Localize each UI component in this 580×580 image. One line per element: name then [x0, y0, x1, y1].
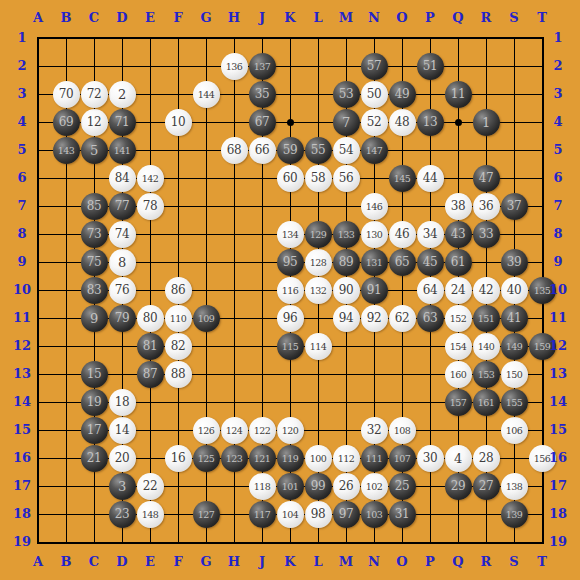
- stone-move-number: 65: [395, 255, 409, 269]
- stone-move-number: 70: [59, 87, 73, 101]
- coord-label-row-16-left: 16: [4, 444, 40, 472]
- coord-label-col-Q-bottom: Q: [444, 552, 472, 572]
- stone-move-number: 72: [87, 87, 101, 101]
- stone-move-number: 160: [450, 369, 467, 380]
- stone-black-149-S12[interactable]: 149: [501, 333, 528, 360]
- stone-black-125-G16[interactable]: 125: [193, 445, 220, 472]
- stone-move-number: 89: [339, 255, 353, 269]
- stone-move-number: 20: [115, 451, 129, 465]
- stone-black-145-O6[interactable]: 145: [389, 165, 416, 192]
- stone-move-number: 107: [394, 453, 411, 464]
- stone-move-number: 76: [115, 283, 129, 297]
- stone-white-30-P16[interactable]: 30: [417, 445, 444, 472]
- stone-white-106-S15[interactable]: 106: [501, 417, 528, 444]
- stone-move-number: 143: [58, 145, 75, 156]
- stone-move-number: 95: [283, 255, 297, 269]
- stone-white-62-O11[interactable]: 62: [389, 305, 416, 332]
- stone-move-number: 24: [451, 283, 465, 297]
- stone-white-40-S10[interactable]: 40: [501, 277, 528, 304]
- stone-move-number: 33: [479, 227, 493, 241]
- stone-move-number: 23: [115, 507, 129, 521]
- go-board[interactable]: 1234578910111213141516171819202122232425…: [0, 0, 580, 580]
- stone-white-74-D8[interactable]: 74: [109, 221, 136, 248]
- stone-move-number: 133: [338, 229, 355, 240]
- stone-white-138-S17[interactable]: 138: [501, 473, 528, 500]
- stone-white-134-K8[interactable]: 134: [277, 221, 304, 248]
- stone-move-number: 80: [143, 311, 157, 325]
- stone-move-number: 128: [310, 257, 327, 268]
- stone-move-number: 62: [395, 311, 409, 325]
- stone-white-50-N3[interactable]: 50: [361, 81, 388, 108]
- stone-white-42-R10[interactable]: 42: [473, 277, 500, 304]
- stone-move-number: 68: [227, 143, 241, 157]
- stone-white-86-F10[interactable]: 86: [165, 277, 192, 304]
- stone-move-number: 121: [254, 453, 271, 464]
- stone-white-128-L9[interactable]: 128: [305, 249, 332, 276]
- stone-white-78-E7[interactable]: 78: [137, 193, 164, 220]
- stone-white-82-F12[interactable]: 82: [165, 333, 192, 360]
- coord-label-row-8-right: 8: [540, 220, 576, 248]
- stone-black-79-D11[interactable]: 79: [109, 305, 136, 332]
- stone-black-63-P11[interactable]: 63: [417, 305, 444, 332]
- stone-black-101-K17[interactable]: 101: [277, 473, 304, 500]
- stone-move-number: 1: [482, 115, 490, 130]
- stone-black-89-M9[interactable]: 89: [333, 249, 360, 276]
- stone-black-23-D18[interactable]: 23: [109, 501, 136, 528]
- stone-move-number: 19: [87, 395, 101, 409]
- stone-white-44-P6[interactable]: 44: [417, 165, 444, 192]
- stone-white-102-N17[interactable]: 102: [361, 473, 388, 500]
- stone-white-108-O15[interactable]: 108: [389, 417, 416, 444]
- stone-white-24-Q10[interactable]: 24: [445, 277, 472, 304]
- stone-black-7-M4[interactable]: 7: [333, 109, 360, 136]
- stone-white-46-O8[interactable]: 46: [389, 221, 416, 248]
- stone-move-number: 115: [282, 341, 299, 352]
- stone-move-number: 126: [198, 425, 215, 436]
- stone-black-33-R8[interactable]: 33: [473, 221, 500, 248]
- coord-label-col-G-top: G: [192, 8, 220, 28]
- stone-move-number: 109: [198, 313, 215, 324]
- coord-label-col-C-top: C: [80, 8, 108, 28]
- stone-move-number: 38: [451, 199, 465, 213]
- stone-move-number: 52: [367, 115, 381, 129]
- stone-white-70-B3[interactable]: 70: [53, 81, 80, 108]
- stone-move-number: 86: [171, 283, 185, 297]
- coord-label-row-4-left: 4: [4, 108, 40, 136]
- stone-move-number: 132: [310, 285, 327, 296]
- stone-move-number: 15: [87, 367, 101, 381]
- stone-white-12-C4[interactable]: 12: [81, 109, 108, 136]
- coord-label-col-H-bottom: H: [220, 552, 248, 572]
- stone-white-124-H15[interactable]: 124: [221, 417, 248, 444]
- stone-move-number: 3: [118, 479, 126, 494]
- stone-move-number: 116: [282, 285, 299, 296]
- stone-move-number: 17: [87, 423, 101, 437]
- stone-white-118-J17[interactable]: 118: [249, 473, 276, 500]
- stone-white-54-M5[interactable]: 54: [333, 137, 360, 164]
- stone-black-59-K5[interactable]: 59: [277, 137, 304, 164]
- stone-move-number: 10: [171, 115, 185, 129]
- stone-black-37-S7[interactable]: 37: [501, 193, 528, 220]
- stone-move-number: 92: [367, 311, 381, 325]
- stone-black-91-N10[interactable]: 91: [361, 277, 388, 304]
- stone-move-number: 21: [87, 451, 101, 465]
- stone-move-number: 66: [255, 143, 269, 157]
- stone-black-111-N16[interactable]: 111: [361, 445, 388, 472]
- stone-move-number: 141: [114, 145, 131, 156]
- stone-white-64-P10[interactable]: 64: [417, 277, 444, 304]
- coord-label-row-12-right: 12: [540, 332, 576, 360]
- coord-label-row-12-left: 12: [4, 332, 40, 360]
- stone-move-number: 46: [395, 227, 409, 241]
- stone-white-136-H2[interactable]: 136: [221, 53, 248, 80]
- stone-move-number: 32: [367, 423, 381, 437]
- stone-white-56-M6[interactable]: 56: [333, 165, 360, 192]
- stone-move-number: 36: [479, 199, 493, 213]
- stone-black-61-Q9[interactable]: 61: [445, 249, 472, 276]
- stone-white-150-S13[interactable]: 150: [501, 361, 528, 388]
- stone-move-number: 110: [170, 313, 187, 324]
- stone-white-120-K15[interactable]: 120: [277, 417, 304, 444]
- coord-label-col-B-bottom: B: [52, 552, 80, 572]
- stone-move-number: 8: [118, 255, 126, 270]
- stone-white-38-Q7[interactable]: 38: [445, 193, 472, 220]
- stone-white-4-Q16[interactable]: 4: [445, 445, 472, 472]
- stone-white-52-N4[interactable]: 52: [361, 109, 388, 136]
- stone-white-80-E11[interactable]: 80: [137, 305, 164, 332]
- stone-white-72-C3[interactable]: 72: [81, 81, 108, 108]
- stone-move-number: 50: [367, 87, 381, 101]
- coord-label-col-J-bottom: J: [248, 552, 276, 572]
- stone-white-34-P8[interactable]: 34: [417, 221, 444, 248]
- stone-move-number: 124: [226, 425, 243, 436]
- stone-black-81-E12[interactable]: 81: [137, 333, 164, 360]
- stone-white-60-K6[interactable]: 60: [277, 165, 304, 192]
- stone-move-number: 11: [451, 87, 465, 101]
- stone-move-number: 61: [451, 255, 465, 269]
- stone-black-141-D5[interactable]: 141: [109, 137, 136, 164]
- stone-black-69-B4[interactable]: 69: [53, 109, 80, 136]
- stone-white-36-R7[interactable]: 36: [473, 193, 500, 220]
- stone-white-84-D6[interactable]: 84: [109, 165, 136, 192]
- coord-label-row-5-right: 5: [540, 136, 576, 164]
- stone-move-number: 64: [423, 283, 437, 297]
- coord-label-col-H-top: H: [220, 8, 248, 28]
- stone-move-number: 69: [59, 115, 73, 129]
- coord-label-col-E-top: E: [136, 8, 164, 28]
- stone-black-153-R13[interactable]: 153: [473, 361, 500, 388]
- stone-move-number: 138: [506, 481, 523, 492]
- coord-label-row-17-right: 17: [540, 472, 576, 500]
- coord-label-row-19-right: 19: [540, 528, 576, 556]
- coord-label-row-3-right: 3: [540, 80, 576, 108]
- stone-move-number: 85: [87, 199, 101, 213]
- stone-move-number: 90: [339, 283, 353, 297]
- stone-white-148-E18[interactable]: 148: [137, 501, 164, 528]
- stone-black-83-C10[interactable]: 83: [81, 277, 108, 304]
- stone-move-number: 139: [506, 509, 523, 520]
- stone-move-number: 111: [366, 453, 383, 464]
- stone-black-45-P9[interactable]: 45: [417, 249, 444, 276]
- coord-label-row-9-right: 9: [540, 248, 576, 276]
- stone-move-number: 53: [339, 87, 353, 101]
- coord-label-col-N-top: N: [360, 8, 388, 28]
- coord-label-row-18-right: 18: [540, 500, 576, 528]
- stone-white-26-M17[interactable]: 26: [333, 473, 360, 500]
- coord-label-row-4-right: 4: [540, 108, 576, 136]
- stone-black-109-G11[interactable]: 109: [193, 305, 220, 332]
- stone-black-107-O16[interactable]: 107: [389, 445, 416, 472]
- stone-white-58-L6[interactable]: 58: [305, 165, 332, 192]
- stone-move-number: 5: [90, 143, 98, 158]
- stone-black-95-K9[interactable]: 95: [277, 249, 304, 276]
- stone-move-number: 131: [366, 257, 383, 268]
- stone-move-number: 83: [87, 283, 101, 297]
- stone-move-number: 149: [506, 341, 523, 352]
- stone-black-97-M18[interactable]: 97: [333, 501, 360, 528]
- coord-label-row-1-right: 1: [540, 24, 576, 52]
- coord-label-col-E-bottom: E: [136, 552, 164, 572]
- stone-white-126-G15[interactable]: 126: [193, 417, 220, 444]
- stone-black-15-C13[interactable]: 15: [81, 361, 108, 388]
- stone-white-92-N11[interactable]: 92: [361, 305, 388, 332]
- stone-white-154-Q12[interactable]: 154: [445, 333, 472, 360]
- stone-move-number: 96: [283, 311, 297, 325]
- stone-black-129-L8[interactable]: 129: [305, 221, 332, 248]
- stone-white-32-N15[interactable]: 32: [361, 417, 388, 444]
- stone-black-127-G18[interactable]: 127: [193, 501, 220, 528]
- stone-black-67-J4[interactable]: 67: [249, 109, 276, 136]
- stone-move-number: 73: [87, 227, 101, 241]
- stone-move-number: 41: [507, 311, 521, 325]
- stone-black-133-M8[interactable]: 133: [333, 221, 360, 248]
- coord-label-col-R-bottom: R: [472, 552, 500, 572]
- stone-move-number: 39: [507, 255, 521, 269]
- stone-white-10-F4[interactable]: 10: [165, 109, 192, 136]
- stone-move-number: 145: [394, 173, 411, 184]
- stone-black-21-C16[interactable]: 21: [81, 445, 108, 472]
- stone-black-27-R17[interactable]: 27: [473, 473, 500, 500]
- coord-label-col-M-bottom: M: [332, 552, 360, 572]
- stone-move-number: 12: [87, 115, 101, 129]
- stone-white-68-H5[interactable]: 68: [221, 137, 248, 164]
- stone-black-39-S9[interactable]: 39: [501, 249, 528, 276]
- stone-black-41-S11[interactable]: 41: [501, 305, 528, 332]
- stone-black-131-N9[interactable]: 131: [361, 249, 388, 276]
- stone-black-99-L17[interactable]: 99: [305, 473, 332, 500]
- stone-white-14-D15[interactable]: 14: [109, 417, 136, 444]
- coord-label-col-L-top: L: [304, 8, 332, 28]
- stone-black-147-N5[interactable]: 147: [361, 137, 388, 164]
- stone-black-119-K16[interactable]: 119: [277, 445, 304, 472]
- stone-black-9-C11[interactable]: 9: [81, 305, 108, 332]
- stone-move-number: 82: [171, 339, 185, 353]
- stone-move-number: 154: [450, 341, 467, 352]
- stone-white-122-J15[interactable]: 122: [249, 417, 276, 444]
- stone-white-16-F16[interactable]: 16: [165, 445, 192, 472]
- stone-white-90-M10[interactable]: 90: [333, 277, 360, 304]
- stone-white-104-K18[interactable]: 104: [277, 501, 304, 528]
- stone-move-number: 150: [506, 369, 523, 380]
- stone-black-5-C5[interactable]: 5: [81, 137, 108, 164]
- stone-move-number: 99: [311, 479, 325, 493]
- stone-black-143-B5[interactable]: 143: [53, 137, 80, 164]
- stone-move-number: 129: [310, 229, 327, 240]
- stone-white-22-E17[interactable]: 22: [137, 473, 164, 500]
- stone-white-8-D9[interactable]: 8: [109, 249, 136, 276]
- stone-white-116-K10[interactable]: 116: [277, 277, 304, 304]
- stone-white-152-Q11[interactable]: 152: [445, 305, 472, 332]
- stone-black-17-C15[interactable]: 17: [81, 417, 108, 444]
- stone-move-number: 67: [255, 115, 269, 129]
- stone-white-144-G3[interactable]: 144: [193, 81, 220, 108]
- stone-move-number: 100: [310, 453, 327, 464]
- stone-black-75-C9[interactable]: 75: [81, 249, 108, 276]
- stone-move-number: 2: [118, 87, 126, 102]
- stone-black-3-D17[interactable]: 3: [109, 473, 136, 500]
- stone-move-number: 54: [339, 143, 353, 157]
- stone-move-number: 78: [143, 199, 157, 213]
- stone-move-number: 87: [143, 367, 157, 381]
- stone-move-number: 97: [339, 507, 353, 521]
- stone-move-number: 30: [423, 451, 437, 465]
- stone-black-139-S18[interactable]: 139: [501, 501, 528, 528]
- stone-move-number: 117: [254, 509, 271, 520]
- stone-black-161-R14[interactable]: 161: [473, 389, 500, 416]
- stone-move-number: 123: [226, 453, 243, 464]
- coord-label-row-8-left: 8: [4, 220, 40, 248]
- coord-label-col-F-top: F: [164, 8, 192, 28]
- stone-black-137-J2[interactable]: 137: [249, 53, 276, 80]
- stone-white-132-L10[interactable]: 132: [305, 277, 332, 304]
- stone-black-77-D7[interactable]: 77: [109, 193, 136, 220]
- stone-white-18-D14[interactable]: 18: [109, 389, 136, 416]
- stone-move-number: 7: [342, 115, 350, 130]
- stone-black-155-S14[interactable]: 155: [501, 389, 528, 416]
- stone-move-number: 119: [282, 453, 299, 464]
- stone-move-number: 60: [283, 171, 297, 185]
- stone-black-53-M3[interactable]: 53: [333, 81, 360, 108]
- stone-black-31-O18[interactable]: 31: [389, 501, 416, 528]
- stone-white-66-J5[interactable]: 66: [249, 137, 276, 164]
- stone-black-85-C7[interactable]: 85: [81, 193, 108, 220]
- stone-white-76-D10[interactable]: 76: [109, 277, 136, 304]
- stone-black-13-P4[interactable]: 13: [417, 109, 444, 136]
- stone-white-160-Q13[interactable]: 160: [445, 361, 472, 388]
- coord-label-row-1-left: 1: [4, 24, 40, 52]
- stone-move-number: 9: [90, 311, 98, 326]
- coord-label-row-2-left: 2: [4, 52, 40, 80]
- stone-white-94-M11[interactable]: 94: [333, 305, 360, 332]
- coord-label-row-16-right: 16: [540, 444, 576, 472]
- stone-move-number: 144: [198, 89, 215, 100]
- stone-move-number: 142: [142, 173, 159, 184]
- coord-label-col-G-bottom: G: [192, 552, 220, 572]
- stone-black-151-R11[interactable]: 151: [473, 305, 500, 332]
- stone-white-96-K11[interactable]: 96: [277, 305, 304, 332]
- stone-white-88-F13[interactable]: 88: [165, 361, 192, 388]
- stone-move-number: 18: [115, 395, 129, 409]
- stone-white-28-R16[interactable]: 28: [473, 445, 500, 472]
- coord-label-row-18-left: 18: [4, 500, 40, 528]
- coord-label-row-15-left: 15: [4, 416, 40, 444]
- stone-black-117-J18[interactable]: 117: [249, 501, 276, 528]
- stone-white-146-N7[interactable]: 146: [361, 193, 388, 220]
- stone-black-25-O17[interactable]: 25: [389, 473, 416, 500]
- stone-black-19-C14[interactable]: 19: [81, 389, 108, 416]
- stone-move-number: 58: [311, 171, 325, 185]
- stone-black-51-P2[interactable]: 51: [417, 53, 444, 80]
- coord-label-col-S-top: S: [500, 8, 528, 28]
- stone-white-20-D16[interactable]: 20: [109, 445, 136, 472]
- stone-move-number: 42: [479, 283, 493, 297]
- stone-white-100-L16[interactable]: 100: [305, 445, 332, 472]
- stone-black-115-K12[interactable]: 115: [277, 333, 304, 360]
- stone-move-number: 57: [367, 59, 381, 73]
- stone-black-71-D4[interactable]: 71: [109, 109, 136, 136]
- coord-label-row-11-left: 11: [4, 304, 40, 332]
- stones-layer: 1234578910111213141516171819202122232425…: [24, 24, 556, 556]
- stone-move-number: 14: [115, 423, 129, 437]
- stone-move-number: 28: [479, 451, 493, 465]
- stone-white-2-D3[interactable]: 2: [109, 81, 136, 108]
- coord-label-col-L-bottom: L: [304, 552, 332, 572]
- stone-move-number: 147: [366, 145, 383, 156]
- stone-white-48-O4[interactable]: 48: [389, 109, 416, 136]
- stone-black-47-R6[interactable]: 47: [473, 165, 500, 192]
- stone-move-number: 40: [507, 283, 521, 297]
- coord-label-col-O-top: O: [388, 8, 416, 28]
- stone-black-123-H16[interactable]: 123: [221, 445, 248, 472]
- coord-label-row-9-left: 9: [4, 248, 40, 276]
- coord-label-row-13-right: 13: [540, 360, 576, 388]
- stone-move-number: 152: [450, 313, 467, 324]
- stone-white-114-L12[interactable]: 114: [305, 333, 332, 360]
- coord-label-col-D-bottom: D: [108, 552, 136, 572]
- stone-black-121-J16[interactable]: 121: [249, 445, 276, 472]
- stone-black-29-Q17[interactable]: 29: [445, 473, 472, 500]
- stone-move-number: 56: [339, 171, 353, 185]
- coord-label-col-C-bottom: C: [80, 552, 108, 572]
- coord-label-col-P-bottom: P: [416, 552, 444, 572]
- stone-black-49-O3[interactable]: 49: [389, 81, 416, 108]
- stone-black-87-E13[interactable]: 87: [137, 361, 164, 388]
- coord-label-col-K-top: K: [276, 8, 304, 28]
- stone-white-142-E6[interactable]: 142: [137, 165, 164, 192]
- stone-white-112-M16[interactable]: 112: [333, 445, 360, 472]
- stone-move-number: 4: [454, 451, 462, 466]
- stone-black-55-L5[interactable]: 55: [305, 137, 332, 164]
- stone-black-65-O9[interactable]: 65: [389, 249, 416, 276]
- stone-move-number: 26: [339, 479, 353, 493]
- stone-move-number: 125: [198, 453, 215, 464]
- stone-white-130-N8[interactable]: 130: [361, 221, 388, 248]
- stone-black-1-R4[interactable]: 1: [473, 109, 500, 136]
- stone-move-number: 43: [451, 227, 465, 241]
- stone-black-73-C8[interactable]: 73: [81, 221, 108, 248]
- stone-black-35-J3[interactable]: 35: [249, 81, 276, 108]
- stone-white-98-L18[interactable]: 98: [305, 501, 332, 528]
- stone-black-103-N18[interactable]: 103: [361, 501, 388, 528]
- stone-black-43-Q8[interactable]: 43: [445, 221, 472, 248]
- stone-white-110-F11[interactable]: 110: [165, 305, 192, 332]
- stone-black-157-Q14[interactable]: 157: [445, 389, 472, 416]
- coord-label-col-N-bottom: N: [360, 552, 388, 572]
- coord-label-col-S-bottom: S: [500, 552, 528, 572]
- stone-black-11-Q3[interactable]: 11: [445, 81, 472, 108]
- stone-black-57-N2[interactable]: 57: [361, 53, 388, 80]
- stone-white-140-R12[interactable]: 140: [473, 333, 500, 360]
